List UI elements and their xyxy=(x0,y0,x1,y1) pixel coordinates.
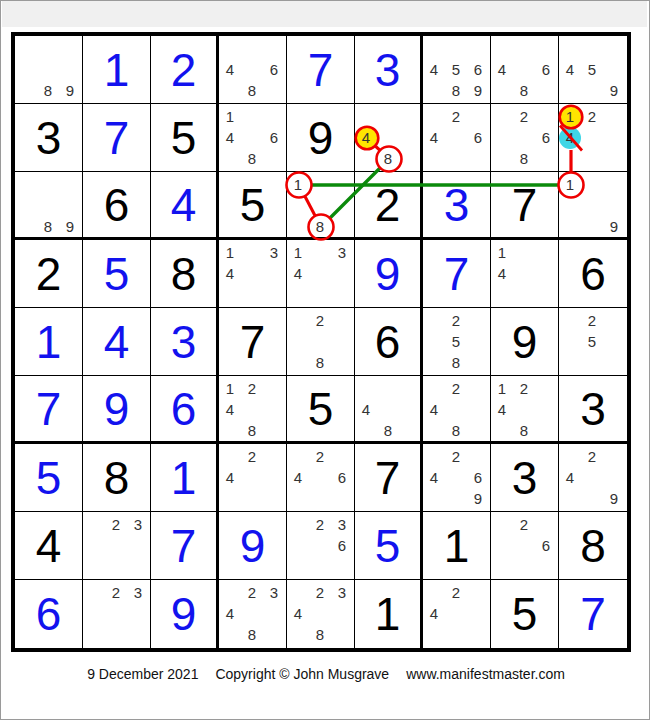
cell-r3c4: 5 xyxy=(219,172,287,240)
cell-r8c8: 26 xyxy=(491,512,559,580)
given-digit: 9 xyxy=(287,104,354,171)
pencil-mark: 6 xyxy=(331,536,353,556)
pencil-mark: 3 xyxy=(127,583,149,603)
cell-r7c5: 246 xyxy=(287,444,355,512)
cell-r8c1: 4 xyxy=(15,512,83,580)
given-digit: 8 xyxy=(151,240,216,307)
solved-digit: 5 xyxy=(15,444,82,511)
pencil-mark: 6 xyxy=(467,60,489,80)
given-digit: 1 xyxy=(423,512,490,579)
cell-r2c2: 7 xyxy=(83,104,151,172)
cell-r8c4: 9 xyxy=(219,512,287,580)
cell-r9c7: 24 xyxy=(423,580,491,648)
pencil-mark: 4 xyxy=(219,468,241,488)
pencil-mark: 5 xyxy=(445,332,467,352)
pencil-mark: 8 xyxy=(37,217,59,237)
pencil-mark: 4 xyxy=(219,604,241,624)
solved-digit: 3 xyxy=(151,308,216,375)
pencil-mark: 2 xyxy=(241,583,263,603)
pencil-mark: 2 xyxy=(513,107,535,127)
pencil-mark: 2 xyxy=(105,583,127,603)
pencil-mark: 4 xyxy=(355,400,377,420)
sudoku-board: 8912468734568946845937514689482462681248… xyxy=(11,32,631,652)
cell-r3c8: 7 xyxy=(491,172,559,240)
pencil-mark: 4 xyxy=(287,264,309,284)
pencil-mark: 2 xyxy=(445,379,467,399)
pencil-mark: 8 xyxy=(241,149,263,169)
cell-r9c9: 7 xyxy=(559,580,627,648)
pencil-mark: 9 xyxy=(603,489,625,509)
solved-digit: 4 xyxy=(83,308,150,375)
cell-r4c6: 9 xyxy=(355,240,423,308)
cell-r9c6: 1 xyxy=(355,580,423,648)
pencil-mark: 4 xyxy=(355,128,377,148)
pencil-mark: 1 xyxy=(559,175,581,195)
pencil-mark: 6 xyxy=(535,128,557,148)
solved-digit: 7 xyxy=(83,104,150,171)
pencil-mark: 8 xyxy=(445,421,467,441)
pencil-mark: 1 xyxy=(491,243,513,263)
pencil-mark: 1 xyxy=(491,379,513,399)
solved-digit: 2 xyxy=(151,36,216,103)
pencil-mark: 1 xyxy=(219,107,241,127)
given-digit: 1 xyxy=(355,580,420,648)
given-digit: 3 xyxy=(559,376,627,441)
solved-digit: 4 xyxy=(151,172,216,237)
pencil-mark: 3 xyxy=(331,583,353,603)
given-digit: 6 xyxy=(83,172,150,237)
cell-r1c8: 468 xyxy=(491,36,559,104)
cell-r9c4: 2348 xyxy=(219,580,287,648)
cell-r5c1: 1 xyxy=(15,308,83,376)
pencil-mark: 8 xyxy=(513,149,535,169)
cell-r8c3: 7 xyxy=(151,512,219,580)
cell-r7c4: 24 xyxy=(219,444,287,512)
given-digit: 7 xyxy=(491,172,558,237)
solved-digit: 9 xyxy=(219,512,286,579)
pencil-mark: 4 xyxy=(491,400,513,420)
pencil-mark: 8 xyxy=(309,625,331,645)
given-digit: 8 xyxy=(559,512,627,579)
cell-r2c1: 3 xyxy=(15,104,83,172)
cell-r2c9: 124 xyxy=(559,104,627,172)
solved-digit: 5 xyxy=(355,512,420,579)
pencil-mark: 8 xyxy=(377,149,399,169)
cell-r1c2: 1 xyxy=(83,36,151,104)
cell-r1c7: 45689 xyxy=(423,36,491,104)
given-digit: 5 xyxy=(491,580,558,648)
solved-digit: 7 xyxy=(151,512,216,579)
pencil-mark: 2 xyxy=(309,447,331,467)
pencil-mark: 2 xyxy=(241,379,263,399)
pencil-mark: 2 xyxy=(309,583,331,603)
given-digit: 6 xyxy=(559,240,627,307)
cell-r4c3: 8 xyxy=(151,240,219,308)
pencil-mark: 5 xyxy=(581,60,603,80)
given-digit: 8 xyxy=(83,444,150,511)
cell-r2c5: 9 xyxy=(287,104,355,172)
pencil-mark: 5 xyxy=(445,60,467,80)
pencil-mark: 4 xyxy=(219,400,241,420)
cell-r5c4: 7 xyxy=(219,308,287,376)
cell-r3c7: 3 xyxy=(423,172,491,240)
solved-digit: 1 xyxy=(151,444,216,511)
solved-digit: 7 xyxy=(287,36,354,103)
pencil-mark: 2 xyxy=(445,311,467,331)
solved-digit: 7 xyxy=(15,376,82,441)
pencil-mark: 9 xyxy=(603,217,625,237)
pencil-mark: 1 xyxy=(219,243,241,263)
pencil-mark: 4 xyxy=(423,128,445,148)
pencil-mark: 4 xyxy=(491,60,513,80)
cell-r1c1: 89 xyxy=(15,36,83,104)
solved-digit: 9 xyxy=(355,240,420,307)
given-digit: 7 xyxy=(355,444,420,511)
footer-copyright: Copyright © John Musgrave xyxy=(215,666,389,682)
pencil-mark: 6 xyxy=(331,468,353,488)
pencil-mark: 2 xyxy=(581,447,603,467)
cell-r3c6: 2 xyxy=(355,172,423,240)
cell-r8c9: 8 xyxy=(559,512,627,580)
cell-r3c3: 4 xyxy=(151,172,219,240)
cell-r3c1: 89 xyxy=(15,172,83,240)
cell-r6c5: 5 xyxy=(287,376,355,444)
pencil-mark: 9 xyxy=(467,81,489,101)
cell-r9c8: 5 xyxy=(491,580,559,648)
pencil-mark: 4 xyxy=(491,264,513,284)
cell-r7c3: 1 xyxy=(151,444,219,512)
top-band xyxy=(2,1,647,27)
pencil-mark: 9 xyxy=(59,81,81,101)
pencil-mark: 8 xyxy=(309,353,331,373)
solved-digit: 9 xyxy=(83,376,150,441)
pencil-mark: 4 xyxy=(423,60,445,80)
cell-r1c3: 2 xyxy=(151,36,219,104)
cell-r6c8: 1248 xyxy=(491,376,559,444)
cell-r7c6: 7 xyxy=(355,444,423,512)
cell-r4c8: 14 xyxy=(491,240,559,308)
cell-r5c6: 6 xyxy=(355,308,423,376)
pencil-mark: 9 xyxy=(603,81,625,101)
cell-r1c9: 459 xyxy=(559,36,627,104)
pencil-mark: 4 xyxy=(423,400,445,420)
cell-r7c8: 3 xyxy=(491,444,559,512)
pencil-mark: 1 xyxy=(287,175,309,195)
cell-r3c5: 18 xyxy=(287,172,355,240)
cell-r5c2: 4 xyxy=(83,308,151,376)
cell-r6c3: 6 xyxy=(151,376,219,444)
pencil-mark: 2 xyxy=(513,379,535,399)
pencil-mark: 8 xyxy=(513,421,535,441)
cell-r5c8: 9 xyxy=(491,308,559,376)
cell-r8c5: 236 xyxy=(287,512,355,580)
pencil-mark: 9 xyxy=(59,217,81,237)
cell-r5c9: 25 xyxy=(559,308,627,376)
pencil-mark: 1 xyxy=(287,243,309,263)
pencil-mark: 4 xyxy=(559,60,581,80)
cell-r5c7: 258 xyxy=(423,308,491,376)
given-digit: 5 xyxy=(219,172,286,237)
cell-r4c9: 6 xyxy=(559,240,627,308)
pencil-mark: 6 xyxy=(467,128,489,148)
pencil-mark: 2 xyxy=(241,447,263,467)
pencil-mark: 2 xyxy=(445,107,467,127)
cell-r8c2: 23 xyxy=(83,512,151,580)
cell-r4c7: 7 xyxy=(423,240,491,308)
cell-r9c3: 9 xyxy=(151,580,219,648)
cell-r4c1: 2 xyxy=(15,240,83,308)
pencil-mark: 2 xyxy=(581,311,603,331)
pencil-mark: 4 xyxy=(219,60,241,80)
solved-digit: 9 xyxy=(151,580,216,648)
pencil-mark: 3 xyxy=(127,515,149,535)
pencil-mark: 4 xyxy=(423,468,445,488)
pencil-mark: 8 xyxy=(241,81,263,101)
cell-r6c9: 3 xyxy=(559,376,627,444)
cell-r4c4: 134 xyxy=(219,240,287,308)
pencil-mark: 2 xyxy=(105,515,127,535)
pencil-mark: 4 xyxy=(219,128,241,148)
pencil-mark: 6 xyxy=(467,468,489,488)
pencil-mark: 4 xyxy=(287,604,309,624)
cell-r7c7: 2469 xyxy=(423,444,491,512)
pencil-mark: 8 xyxy=(241,625,263,645)
cell-r2c6: 48 xyxy=(355,104,423,172)
given-digit: 2 xyxy=(15,240,82,307)
cell-r6c6: 48 xyxy=(355,376,423,444)
pencil-mark: 4 xyxy=(559,468,581,488)
solved-digit: 7 xyxy=(423,240,490,307)
pencil-mark: 9 xyxy=(467,489,489,509)
pencil-mark: 1 xyxy=(219,379,241,399)
given-digit: 3 xyxy=(491,444,558,511)
cell-r8c7: 1 xyxy=(423,512,491,580)
pencil-mark: 2 xyxy=(445,447,467,467)
pencil-mark: 8 xyxy=(513,81,535,101)
pencil-mark: 3 xyxy=(263,583,285,603)
cell-r1c5: 7 xyxy=(287,36,355,104)
cell-r4c5: 134 xyxy=(287,240,355,308)
given-digit: 5 xyxy=(287,376,354,441)
cell-r1c6: 3 xyxy=(355,36,423,104)
pencil-mark: 3 xyxy=(331,515,353,535)
pencil-mark: 2 xyxy=(513,515,535,535)
cell-r9c1: 6 xyxy=(15,580,83,648)
cell-r5c3: 3 xyxy=(151,308,219,376)
pencil-mark: 8 xyxy=(445,353,467,373)
pencil-mark: 2 xyxy=(581,107,603,127)
cell-r2c3: 5 xyxy=(151,104,219,172)
solved-digit: 5 xyxy=(83,240,150,307)
pencil-mark: 8 xyxy=(309,217,331,237)
footer-date: 9 December 2021 xyxy=(87,666,198,682)
pencil-mark: 6 xyxy=(263,60,285,80)
pencil-mark: 2 xyxy=(309,515,331,535)
footer: 9 December 2021 Copyright © John Musgrav… xyxy=(1,666,650,682)
pencil-mark: 6 xyxy=(535,60,557,80)
cell-r5c5: 28 xyxy=(287,308,355,376)
pencil-mark: 4 xyxy=(219,264,241,284)
cell-r2c8: 268 xyxy=(491,104,559,172)
cell-r7c9: 249 xyxy=(559,444,627,512)
pencil-mark: 6 xyxy=(535,536,557,556)
pencil-mark: 2 xyxy=(445,583,467,603)
pencil-mark: 5 xyxy=(581,332,603,352)
pencil-mark: 3 xyxy=(331,243,353,263)
solved-digit: 1 xyxy=(15,308,82,375)
given-digit: 5 xyxy=(151,104,216,171)
pencil-mark: 8 xyxy=(377,421,399,441)
pencil-mark: 4 xyxy=(287,468,309,488)
cell-r4c2: 5 xyxy=(83,240,151,308)
page: { "game": "sudoku", "position": ".12.73.… xyxy=(0,0,650,720)
cell-r7c2: 8 xyxy=(83,444,151,512)
pencil-mark: 4 xyxy=(423,604,445,624)
given-digit: 6 xyxy=(355,308,420,375)
cell-r6c7: 248 xyxy=(423,376,491,444)
cell-r6c2: 9 xyxy=(83,376,151,444)
pencil-mark: 8 xyxy=(241,421,263,441)
footer-website: www.manifestmaster.com xyxy=(406,666,565,682)
solved-digit: 7 xyxy=(559,580,627,648)
given-digit: 4 xyxy=(15,512,82,579)
cell-r6c4: 1248 xyxy=(219,376,287,444)
solved-digit: 3 xyxy=(423,172,490,237)
cell-r9c5: 2348 xyxy=(287,580,355,648)
pencil-mark: 2 xyxy=(309,311,331,331)
solved-digit: 6 xyxy=(15,580,82,648)
given-digit: 2 xyxy=(355,172,420,237)
pencil-mark: 4 xyxy=(559,128,581,148)
solved-digit: 1 xyxy=(83,36,150,103)
cell-r7c1: 5 xyxy=(15,444,83,512)
cell-r3c2: 6 xyxy=(83,172,151,240)
cell-r1c4: 468 xyxy=(219,36,287,104)
cell-r8c6: 5 xyxy=(355,512,423,580)
pencil-mark: 1 xyxy=(559,107,581,127)
cell-r6c1: 7 xyxy=(15,376,83,444)
pencil-mark: 8 xyxy=(445,81,467,101)
cell-r3c9: 19 xyxy=(559,172,627,240)
cell-r9c2: 23 xyxy=(83,580,151,648)
given-digit: 7 xyxy=(219,308,286,375)
solved-digit: 6 xyxy=(151,376,216,441)
given-digit: 9 xyxy=(491,308,558,375)
cell-r2c7: 246 xyxy=(423,104,491,172)
pencil-mark: 6 xyxy=(263,128,285,148)
cell-r2c4: 1468 xyxy=(219,104,287,172)
solved-digit: 3 xyxy=(355,36,420,103)
given-digit: 3 xyxy=(15,104,82,171)
pencil-mark: 3 xyxy=(263,243,285,263)
pencil-mark: 8 xyxy=(37,81,59,101)
